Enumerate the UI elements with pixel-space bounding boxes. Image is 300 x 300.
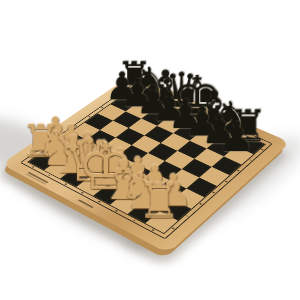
chess-set-scene: ♜♞♝♛♚♝♞♜♟♟♟♟♟♟♟♟♟♟♟♟♟♟♟♟♜♞♝♛♚♝♞♜ (0, 0, 300, 300)
photo-background: ♜♞♝♛♚♝♞♜♟♟♟♟♟♟♟♟♟♟♟♟♟♟♟♟♜♞♝♛♚♝♞♜ (0, 0, 300, 300)
brand-marking-small (78, 199, 94, 208)
brand-marking (28, 172, 49, 183)
chess-board: ♜♞♝♛♚♝♞♜♟♟♟♟♟♟♟♟♟♟♟♟♟♟♟♟♜♞♝♛♚♝♞♜ (1, 74, 290, 253)
